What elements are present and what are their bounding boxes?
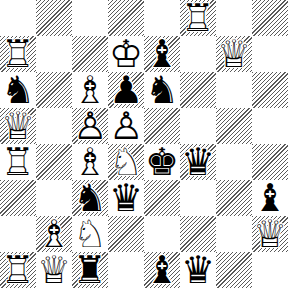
square-c1[interactable]: ♜♜ xyxy=(72,252,108,288)
square-g1[interactable] xyxy=(216,252,252,288)
piece-white-bishop: ♝♗ xyxy=(72,144,108,180)
piece-white-knight: ♞♘ xyxy=(108,144,144,180)
piece-white-pawn: ♟♙ xyxy=(72,108,108,144)
piece-black-knight: ♞♞ xyxy=(0,72,36,108)
square-d4[interactable]: ♞♘ xyxy=(108,144,144,180)
piece-white-rook: ♜♖ xyxy=(0,36,36,72)
piece-black-knight: ♞♞ xyxy=(144,72,180,108)
square-e3[interactable] xyxy=(144,180,180,216)
piece-white-king: ♚♔ xyxy=(108,36,144,72)
square-h7[interactable] xyxy=(252,36,288,72)
piece-glyph: ♕ xyxy=(36,252,72,288)
square-a7[interactable]: ♜♖ xyxy=(0,36,36,72)
square-e6[interactable]: ♞♞ xyxy=(144,72,180,108)
square-c4[interactable]: ♝♗ xyxy=(72,144,108,180)
piece-black-bishop: ♝♝ xyxy=(252,180,288,216)
square-h3[interactable]: ♝♝ xyxy=(252,180,288,216)
piece-glyph: ♜ xyxy=(72,252,108,288)
piece-glyph: ♟ xyxy=(108,72,144,108)
piece-glyph: ♕ xyxy=(216,36,252,72)
square-e2[interactable] xyxy=(144,216,180,252)
square-g7[interactable]: ♛♕ xyxy=(216,36,252,72)
square-e4[interactable]: ♚♚ xyxy=(144,144,180,180)
square-e1[interactable]: ♝♝ xyxy=(144,252,180,288)
piece-glyph: ♗ xyxy=(72,72,108,108)
piece-glyph: ♚ xyxy=(144,144,180,180)
square-d7[interactable]: ♚♔ xyxy=(108,36,144,72)
piece-black-queen: ♛♛ xyxy=(180,252,216,288)
piece-glyph: ♙ xyxy=(108,108,144,144)
square-f7[interactable] xyxy=(180,36,216,72)
piece-white-bishop: ♝♗ xyxy=(36,216,72,252)
square-a5[interactable]: ♛♕ xyxy=(0,108,36,144)
piece-glyph: ♘ xyxy=(72,216,108,252)
square-h2[interactable]: ♛♕ xyxy=(252,216,288,252)
square-g5[interactable] xyxy=(216,108,252,144)
piece-glyph: ♙ xyxy=(72,108,108,144)
piece-white-rook: ♜♖ xyxy=(0,144,36,180)
piece-glyph: ♝ xyxy=(144,252,180,288)
piece-glyph: ♛ xyxy=(180,144,216,180)
square-b7[interactable] xyxy=(36,36,72,72)
piece-white-pawn: ♟♙ xyxy=(108,108,144,144)
square-a1[interactable]: ♜♖ xyxy=(0,252,36,288)
piece-glyph: ♘ xyxy=(108,144,144,180)
square-g8[interactable] xyxy=(216,0,252,36)
piece-white-rook: ♜♖ xyxy=(0,252,36,288)
square-f5[interactable] xyxy=(180,108,216,144)
square-c8[interactable] xyxy=(72,0,108,36)
square-d2[interactable] xyxy=(108,216,144,252)
piece-glyph: ♕ xyxy=(0,108,36,144)
square-h8[interactable] xyxy=(252,0,288,36)
chess-board: ♜♖♜♖♚♔♝♝♛♕♞♞♝♗♟♟♞♞♛♕♟♙♟♙♜♖♝♗♞♘♚♚♛♛♞♞♛♛♝♝… xyxy=(0,0,288,288)
piece-white-knight: ♞♘ xyxy=(72,216,108,252)
square-b1[interactable]: ♛♕ xyxy=(36,252,72,288)
square-b4[interactable] xyxy=(36,144,72,180)
square-f3[interactable] xyxy=(180,180,216,216)
square-e8[interactable] xyxy=(144,0,180,36)
square-a8[interactable] xyxy=(0,0,36,36)
square-f4[interactable]: ♛♛ xyxy=(180,144,216,180)
square-b8[interactable] xyxy=(36,0,72,36)
piece-white-queen: ♛♕ xyxy=(216,36,252,72)
piece-glyph: ♖ xyxy=(180,0,216,36)
piece-black-knight: ♞♞ xyxy=(72,180,108,216)
square-g3[interactable] xyxy=(216,180,252,216)
piece-black-queen: ♛♛ xyxy=(108,180,144,216)
square-d6[interactable]: ♟♟ xyxy=(108,72,144,108)
square-d1[interactable] xyxy=(108,252,144,288)
square-f8[interactable]: ♜♖ xyxy=(180,0,216,36)
square-b2[interactable]: ♝♗ xyxy=(36,216,72,252)
square-c6[interactable]: ♝♗ xyxy=(72,72,108,108)
piece-glyph: ♗ xyxy=(36,216,72,252)
piece-glyph: ♝ xyxy=(144,36,180,72)
square-b3[interactable] xyxy=(36,180,72,216)
square-f6[interactable] xyxy=(180,72,216,108)
square-c2[interactable]: ♞♘ xyxy=(72,216,108,252)
square-h5[interactable] xyxy=(252,108,288,144)
piece-glyph: ♔ xyxy=(108,36,144,72)
piece-glyph: ♖ xyxy=(0,252,36,288)
piece-glyph: ♖ xyxy=(0,144,36,180)
piece-black-rook: ♜♜ xyxy=(72,252,108,288)
piece-glyph: ♖ xyxy=(0,36,36,72)
piece-glyph: ♛ xyxy=(180,252,216,288)
piece-black-queen: ♛♛ xyxy=(180,144,216,180)
piece-black-bishop: ♝♝ xyxy=(144,252,180,288)
square-g6[interactable] xyxy=(216,72,252,108)
square-e7[interactable]: ♝♝ xyxy=(144,36,180,72)
square-a2[interactable] xyxy=(0,216,36,252)
square-f2[interactable] xyxy=(180,216,216,252)
piece-white-rook: ♜♖ xyxy=(180,0,216,36)
piece-glyph: ♞ xyxy=(144,72,180,108)
square-d8[interactable] xyxy=(108,0,144,36)
square-d3[interactable]: ♛♛ xyxy=(108,180,144,216)
piece-white-queen: ♛♕ xyxy=(36,252,72,288)
square-g2[interactable] xyxy=(216,216,252,252)
square-b5[interactable] xyxy=(36,108,72,144)
square-b6[interactable] xyxy=(36,72,72,108)
piece-glyph: ♕ xyxy=(252,216,288,252)
piece-black-king: ♚♚ xyxy=(144,144,180,180)
piece-glyph: ♞ xyxy=(72,180,108,216)
square-g4[interactable] xyxy=(216,144,252,180)
square-h1[interactable] xyxy=(252,252,288,288)
piece-white-queen: ♛♕ xyxy=(0,108,36,144)
square-f1[interactable]: ♛♛ xyxy=(180,252,216,288)
square-h4[interactable] xyxy=(252,144,288,180)
square-c7[interactable] xyxy=(72,36,108,72)
square-a6[interactable]: ♞♞ xyxy=(0,72,36,108)
piece-black-pawn: ♟♟ xyxy=(108,72,144,108)
piece-glyph: ♛ xyxy=(108,180,144,216)
square-c3[interactable]: ♞♞ xyxy=(72,180,108,216)
piece-glyph: ♞ xyxy=(0,72,36,108)
piece-black-bishop: ♝♝ xyxy=(144,36,180,72)
square-a3[interactable] xyxy=(0,180,36,216)
piece-white-queen: ♛♕ xyxy=(252,216,288,252)
square-e5[interactable] xyxy=(144,108,180,144)
piece-glyph: ♝ xyxy=(252,180,288,216)
piece-glyph: ♗ xyxy=(72,144,108,180)
square-d5[interactable]: ♟♙ xyxy=(108,108,144,144)
piece-white-bishop: ♝♗ xyxy=(72,72,108,108)
square-c5[interactable]: ♟♙ xyxy=(72,108,108,144)
square-a4[interactable]: ♜♖ xyxy=(0,144,36,180)
square-h6[interactable] xyxy=(252,72,288,108)
